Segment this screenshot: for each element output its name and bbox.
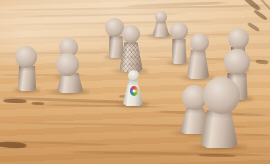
rainbow-pinwheel-mark [130, 86, 138, 96]
ball-head [155, 11, 167, 23]
ball-head [15, 46, 37, 68]
table-scene [0, 0, 270, 164]
ball-head [203, 77, 240, 114]
cylinder-body [172, 39, 187, 64]
ball-head [122, 25, 140, 43]
ball-head [170, 22, 188, 40]
cylinder-body [18, 66, 36, 91]
ball-head [105, 18, 124, 37]
ball-head [56, 53, 79, 76]
cylinder-body [109, 36, 124, 58]
ball-head [128, 70, 139, 81]
ball-head [228, 28, 249, 49]
cone-body [201, 110, 238, 148]
cone-body [57, 73, 83, 93]
ball-head [190, 33, 209, 52]
ball-head [224, 49, 250, 75]
